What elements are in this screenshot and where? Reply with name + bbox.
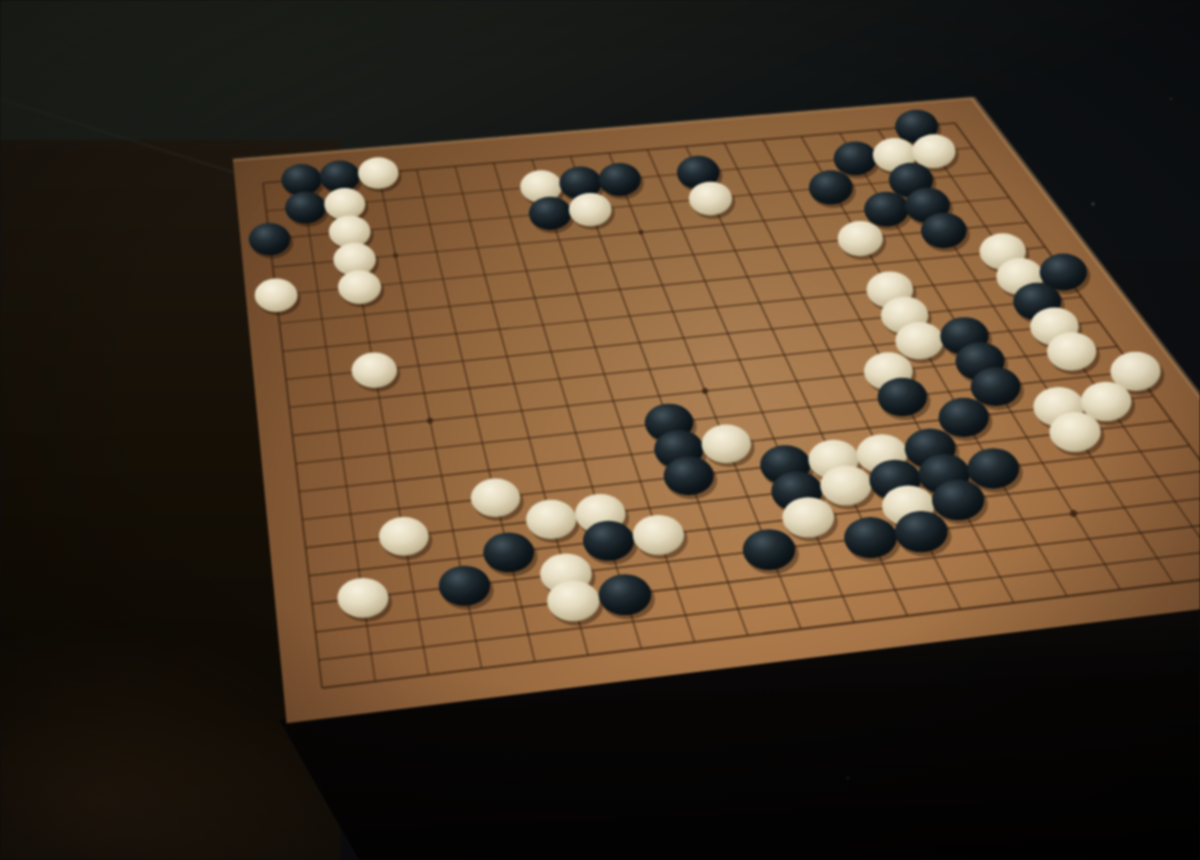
white-stone	[689, 182, 732, 216]
white-stone	[569, 193, 612, 226]
white-stone	[547, 580, 599, 621]
star-point	[393, 253, 398, 258]
black-stone	[878, 378, 927, 417]
white-stone	[1047, 332, 1096, 370]
black-stone	[599, 574, 652, 615]
white-stone	[782, 497, 834, 537]
black-stone	[529, 197, 572, 230]
black-stone	[320, 161, 360, 192]
black-stone	[971, 367, 1021, 406]
white-stone	[329, 215, 371, 248]
white-stone	[526, 500, 576, 539]
black-stone	[249, 223, 290, 255]
white-stone	[912, 134, 956, 168]
go-board-photo	[0, 0, 1200, 860]
white-stone	[471, 479, 520, 517]
black-stone	[939, 398, 989, 437]
black-stone	[844, 517, 897, 558]
white-stone	[820, 465, 871, 505]
black-stone	[932, 479, 984, 520]
star-point	[427, 418, 433, 424]
black-stone	[483, 533, 534, 573]
white-stone	[324, 188, 365, 220]
dust-speck	[1170, 98, 1173, 101]
white-stone	[702, 425, 751, 464]
dust-speck	[1091, 202, 1094, 205]
black-stone	[895, 511, 948, 552]
white-stone	[255, 278, 298, 311]
black-stone	[864, 192, 909, 227]
star-point	[1070, 510, 1077, 517]
black-stone	[285, 192, 326, 224]
white-stone	[895, 322, 943, 360]
black-stone	[834, 142, 877, 176]
white-stone	[352, 353, 397, 388]
white-stone	[337, 578, 388, 618]
black-stone	[743, 529, 795, 570]
black-stone	[921, 213, 967, 249]
dust-speck	[847, 777, 850, 780]
star-point	[639, 230, 644, 235]
white-stone	[379, 517, 429, 556]
white-stone	[633, 515, 684, 555]
black-stone	[583, 521, 634, 561]
black-stone	[664, 456, 714, 495]
black-stone	[599, 163, 641, 196]
black-stone	[281, 164, 321, 195]
black-stone	[809, 170, 853, 204]
white-stone	[838, 221, 883, 256]
black-stone	[439, 566, 490, 606]
star-point	[702, 388, 708, 394]
white-stone	[1049, 412, 1100, 452]
white-stone	[338, 270, 381, 304]
black-stone	[967, 448, 1019, 488]
white-stone	[358, 157, 399, 189]
go-board-photo-scene	[0, 0, 1200, 860]
